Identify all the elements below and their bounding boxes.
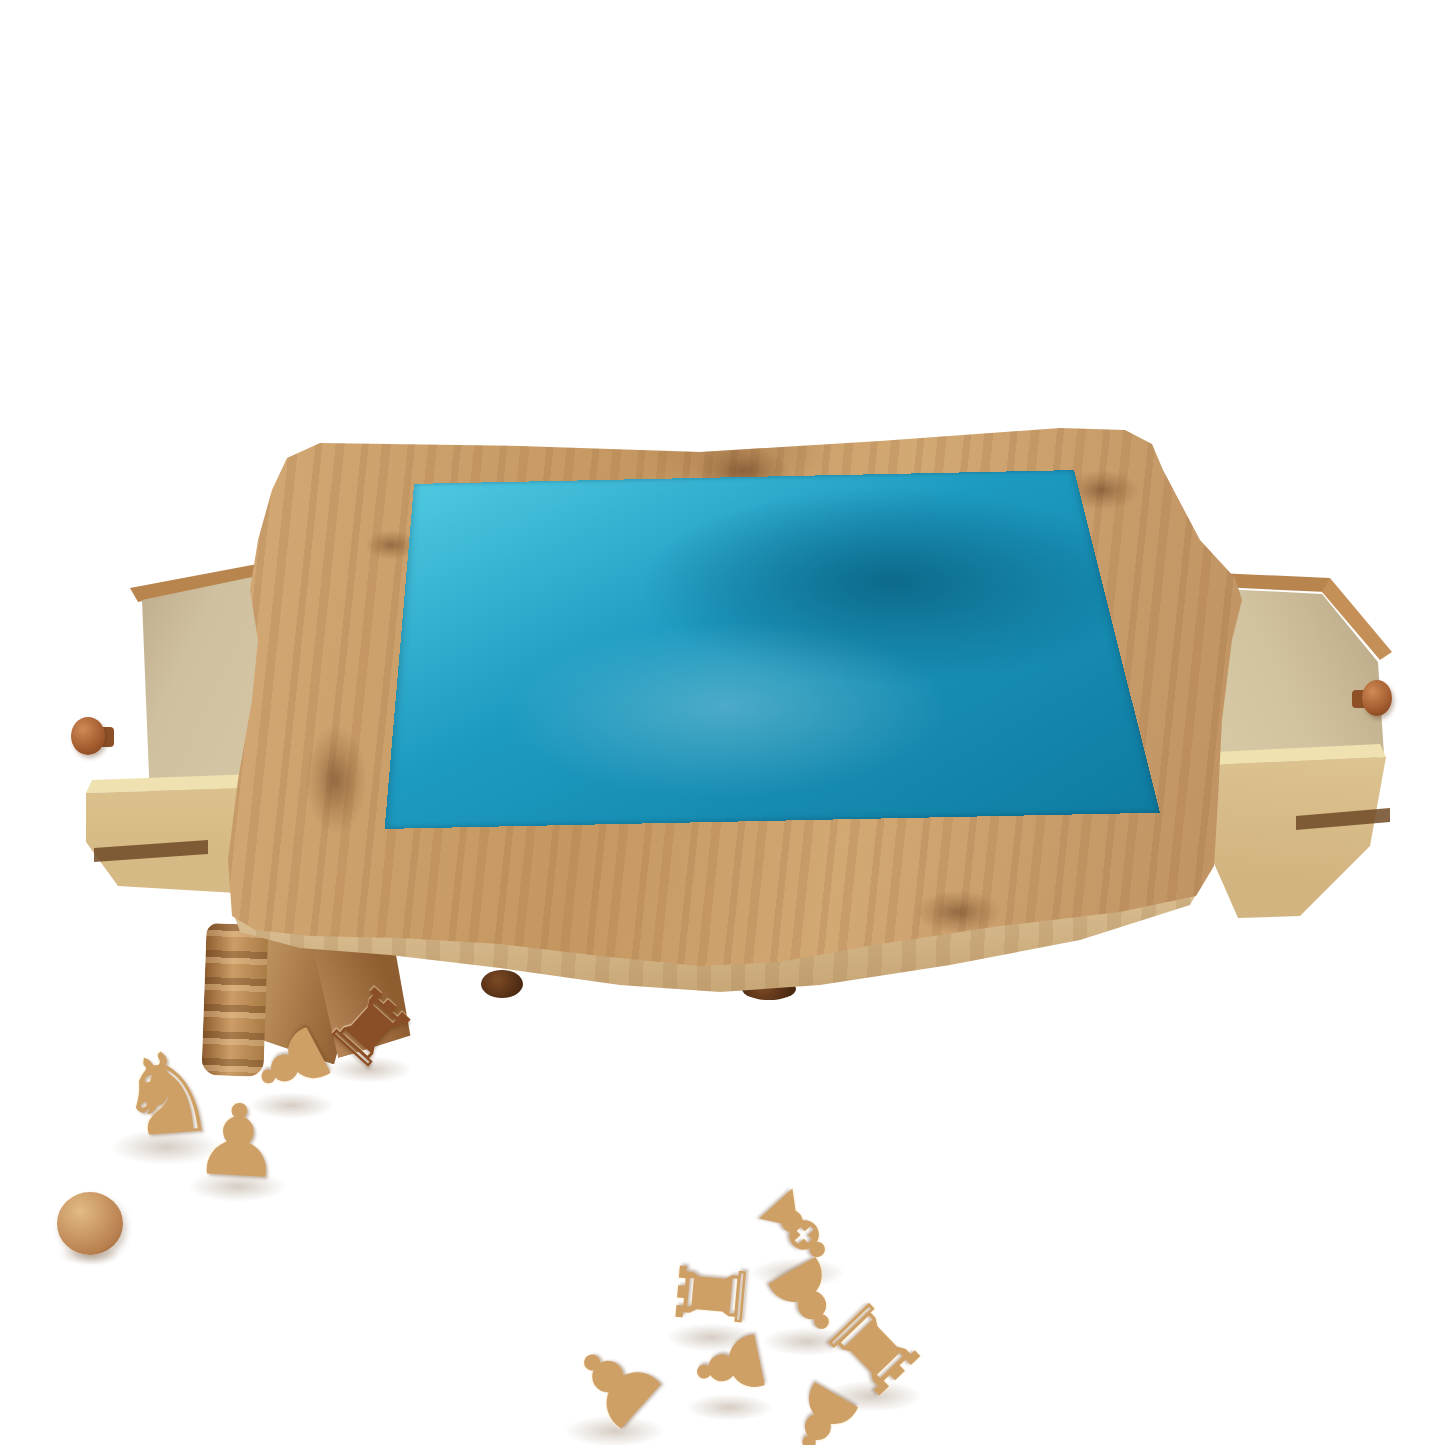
scattered-piece-ball (57, 1192, 123, 1255)
product-photo: ♞♟♟♜♜♝♟♟♜♟♟ (0, 0, 1445, 1445)
scattered-piece-pawn: ♟ (675, 1311, 784, 1420)
scattered-pieces-layer: ♞♟♟♜♜♝♟♟♜♟♟ (0, 0, 1445, 1445)
